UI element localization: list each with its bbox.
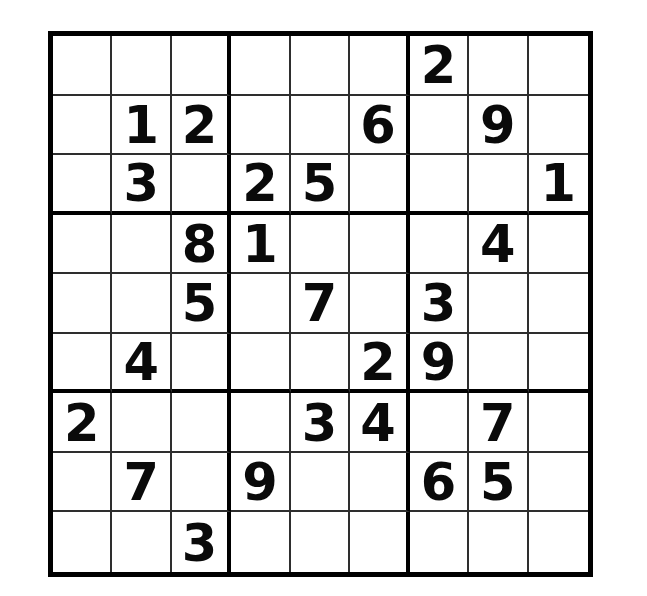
cell-r4c5[interactable] bbox=[291, 215, 350, 275]
cell-r8c5[interactable] bbox=[291, 453, 350, 513]
cell-r2c8[interactable]: 9 bbox=[469, 96, 528, 156]
cell-r8c8[interactable]: 5 bbox=[469, 453, 528, 513]
cell-r7c5[interactable]: 3 bbox=[291, 393, 350, 453]
cell-r9c7[interactable] bbox=[410, 512, 469, 572]
cell-r9c9[interactable] bbox=[529, 512, 588, 572]
cell-r1c7[interactable]: 2 bbox=[410, 36, 469, 96]
cell-r5c5[interactable]: 7 bbox=[291, 274, 350, 334]
cell-r5c8[interactable] bbox=[469, 274, 528, 334]
cell-r6c3[interactable] bbox=[172, 334, 231, 394]
cell-r3c2[interactable]: 3 bbox=[112, 155, 171, 215]
cell-r6c2[interactable]: 4 bbox=[112, 334, 171, 394]
cell-r4c4[interactable]: 1 bbox=[231, 215, 290, 275]
cell-r3c8[interactable] bbox=[469, 155, 528, 215]
cell-r5c7[interactable]: 3 bbox=[410, 274, 469, 334]
cell-r6c5[interactable] bbox=[291, 334, 350, 394]
cell-r8c1[interactable] bbox=[53, 453, 112, 513]
cell-r2c7[interactable] bbox=[410, 96, 469, 156]
cell-r1c5[interactable] bbox=[291, 36, 350, 96]
cell-r3c7[interactable] bbox=[410, 155, 469, 215]
cell-r5c4[interactable] bbox=[231, 274, 290, 334]
cell-r5c1[interactable] bbox=[53, 274, 112, 334]
cell-r9c8[interactable] bbox=[469, 512, 528, 572]
cell-r2c9[interactable] bbox=[529, 96, 588, 156]
cell-r2c4[interactable] bbox=[231, 96, 290, 156]
cell-r8c4[interactable]: 9 bbox=[231, 453, 290, 513]
cell-r7c6[interactable]: 4 bbox=[350, 393, 409, 453]
cell-r7c1[interactable]: 2 bbox=[53, 393, 112, 453]
cell-r1c2[interactable] bbox=[112, 36, 171, 96]
cell-r1c1[interactable] bbox=[53, 36, 112, 96]
cell-r7c8[interactable]: 7 bbox=[469, 393, 528, 453]
cell-r2c3[interactable]: 2 bbox=[172, 96, 231, 156]
cell-r5c9[interactable] bbox=[529, 274, 588, 334]
cell-r8c3[interactable] bbox=[172, 453, 231, 513]
cell-r7c7[interactable] bbox=[410, 393, 469, 453]
cell-r5c2[interactable] bbox=[112, 274, 171, 334]
cell-r4c1[interactable] bbox=[53, 215, 112, 275]
sudoku-board: 212693251814573429234779653 bbox=[48, 31, 593, 577]
cell-r4c8[interactable]: 4 bbox=[469, 215, 528, 275]
cell-r8c7[interactable]: 6 bbox=[410, 453, 469, 513]
cell-r9c5[interactable] bbox=[291, 512, 350, 572]
cell-r9c4[interactable] bbox=[231, 512, 290, 572]
cell-r4c7[interactable] bbox=[410, 215, 469, 275]
cell-r2c2[interactable]: 1 bbox=[112, 96, 171, 156]
cell-r2c1[interactable] bbox=[53, 96, 112, 156]
cell-r7c9[interactable] bbox=[529, 393, 588, 453]
cell-r3c3[interactable] bbox=[172, 155, 231, 215]
cell-r7c2[interactable] bbox=[112, 393, 171, 453]
cell-r2c5[interactable] bbox=[291, 96, 350, 156]
cell-r6c9[interactable] bbox=[529, 334, 588, 394]
cell-r4c9[interactable] bbox=[529, 215, 588, 275]
cell-r5c6[interactable] bbox=[350, 274, 409, 334]
cell-r6c6[interactable]: 2 bbox=[350, 334, 409, 394]
cell-r6c7[interactable]: 9 bbox=[410, 334, 469, 394]
cell-r3c5[interactable]: 5 bbox=[291, 155, 350, 215]
cell-r4c3[interactable]: 8 bbox=[172, 215, 231, 275]
cell-r9c2[interactable] bbox=[112, 512, 171, 572]
cell-r1c4[interactable] bbox=[231, 36, 290, 96]
cell-r9c1[interactable] bbox=[53, 512, 112, 572]
cell-r9c6[interactable] bbox=[350, 512, 409, 572]
cell-r6c4[interactable] bbox=[231, 334, 290, 394]
cell-r4c2[interactable] bbox=[112, 215, 171, 275]
cell-r1c9[interactable] bbox=[529, 36, 588, 96]
cell-r8c6[interactable] bbox=[350, 453, 409, 513]
cell-r6c1[interactable] bbox=[53, 334, 112, 394]
cell-r8c2[interactable]: 7 bbox=[112, 453, 171, 513]
cell-r8c9[interactable] bbox=[529, 453, 588, 513]
cell-r3c1[interactable] bbox=[53, 155, 112, 215]
cell-r3c4[interactable]: 2 bbox=[231, 155, 290, 215]
cell-r6c8[interactable] bbox=[469, 334, 528, 394]
cell-r2c6[interactable]: 6 bbox=[350, 96, 409, 156]
cell-r3c6[interactable] bbox=[350, 155, 409, 215]
cell-r1c8[interactable] bbox=[469, 36, 528, 96]
cell-r9c3[interactable]: 3 bbox=[172, 512, 231, 572]
cell-r1c6[interactable] bbox=[350, 36, 409, 96]
cell-r7c3[interactable] bbox=[172, 393, 231, 453]
cell-r4c6[interactable] bbox=[350, 215, 409, 275]
cell-r3c9[interactable]: 1 bbox=[529, 155, 588, 215]
cell-r5c3[interactable]: 5 bbox=[172, 274, 231, 334]
cell-r7c4[interactable] bbox=[231, 393, 290, 453]
cell-r1c3[interactable] bbox=[172, 36, 231, 96]
